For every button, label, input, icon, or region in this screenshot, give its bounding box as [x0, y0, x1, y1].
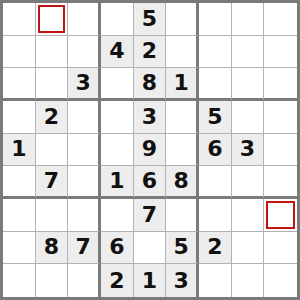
cell-r9c7[interactable]: [199, 264, 232, 297]
cell-r4c5[interactable]: 3: [134, 101, 167, 134]
cell-r1c5[interactable]: 5: [134, 3, 167, 36]
cell-r2c2[interactable]: [36, 36, 69, 69]
cell-r1c8[interactable]: [232, 3, 265, 36]
cell-r8c9[interactable]: [264, 232, 297, 265]
sudoku-board: 54238123519637168787652213: [0, 0, 300, 300]
cell-r6c6[interactable]: 8: [166, 166, 199, 199]
cell-r6c3[interactable]: [68, 166, 101, 199]
cell-r2c1[interactable]: [3, 36, 36, 69]
cell-r6c9[interactable]: [264, 166, 297, 199]
cell-r9c3[interactable]: [68, 264, 101, 297]
cell-r2c8[interactable]: [232, 36, 265, 69]
cell-r6c7[interactable]: [199, 166, 232, 199]
cell-r2c9[interactable]: [264, 36, 297, 69]
cell-r7c2[interactable]: [36, 199, 69, 232]
cell-r8c4[interactable]: 6: [101, 232, 134, 265]
cell-r1c1[interactable]: [3, 3, 36, 36]
cell-r2c5[interactable]: 2: [134, 36, 167, 69]
cell-r4c9[interactable]: [264, 101, 297, 134]
cell-r2c7[interactable]: [199, 36, 232, 69]
cell-r9c1[interactable]: [3, 264, 36, 297]
cell-r8c1[interactable]: [3, 232, 36, 265]
cell-r2c4[interactable]: 4: [101, 36, 134, 69]
cell-r3c1[interactable]: [3, 68, 36, 101]
cell-r1c9[interactable]: [264, 3, 297, 36]
cell-r8c5[interactable]: [134, 232, 167, 265]
cell-r9c6[interactable]: 3: [166, 264, 199, 297]
cell-r1c6[interactable]: [166, 3, 199, 36]
cell-r6c2[interactable]: 7: [36, 166, 69, 199]
cell-r2c3[interactable]: [68, 36, 101, 69]
selection-highlight: [266, 201, 295, 229]
cell-r7c3[interactable]: [68, 199, 101, 232]
cell-r1c7[interactable]: [199, 3, 232, 36]
cell-r5c8[interactable]: 3: [232, 134, 265, 167]
cell-r3c8[interactable]: [232, 68, 265, 101]
cell-r4c7[interactable]: 5: [199, 101, 232, 134]
cell-r4c4[interactable]: [101, 101, 134, 134]
cell-r8c7[interactable]: 2: [199, 232, 232, 265]
cell-r4c8[interactable]: [232, 101, 265, 134]
cell-r7c7[interactable]: [199, 199, 232, 232]
cell-r1c3[interactable]: [68, 3, 101, 36]
cell-r3c6[interactable]: 1: [166, 68, 199, 101]
cell-r9c4[interactable]: 2: [101, 264, 134, 297]
cell-r3c3[interactable]: 3: [68, 68, 101, 101]
cell-r3c5[interactable]: 8: [134, 68, 167, 101]
cell-r5c7[interactable]: 6: [199, 134, 232, 167]
cell-r3c9[interactable]: [264, 68, 297, 101]
cell-r5c9[interactable]: [264, 134, 297, 167]
cell-r7c5[interactable]: 7: [134, 199, 167, 232]
cell-r5c3[interactable]: [68, 134, 101, 167]
cell-r7c8[interactable]: [232, 199, 265, 232]
cell-r4c1[interactable]: [3, 101, 36, 134]
cell-r9c5[interactable]: 1: [134, 264, 167, 297]
cell-r8c8[interactable]: [232, 232, 265, 265]
cell-r7c1[interactable]: [3, 199, 36, 232]
cell-r3c2[interactable]: [36, 68, 69, 101]
cell-r6c8[interactable]: [232, 166, 265, 199]
cell-r8c3[interactable]: 7: [68, 232, 101, 265]
cell-r8c2[interactable]: 8: [36, 232, 69, 265]
cell-r5c4[interactable]: [101, 134, 134, 167]
cell-r7c4[interactable]: [101, 199, 134, 232]
cell-r4c3[interactable]: [68, 101, 101, 134]
cell-r1c2[interactable]: [36, 3, 69, 36]
cell-r7c6[interactable]: [166, 199, 199, 232]
cell-r3c7[interactable]: [199, 68, 232, 101]
cell-r3c4[interactable]: [101, 68, 134, 101]
cell-r6c4[interactable]: 1: [101, 166, 134, 199]
cell-r9c8[interactable]: [232, 264, 265, 297]
cell-r2c6[interactable]: [166, 36, 199, 69]
cell-r4c6[interactable]: [166, 101, 199, 134]
selection-highlight: [38, 5, 66, 33]
cell-r5c5[interactable]: 9: [134, 134, 167, 167]
cell-r9c9[interactable]: [264, 264, 297, 297]
cell-r9c2[interactable]: [36, 264, 69, 297]
cell-r4c2[interactable]: 2: [36, 101, 69, 134]
cell-r6c5[interactable]: 6: [134, 166, 167, 199]
cell-r1c4[interactable]: [101, 3, 134, 36]
cell-r5c1[interactable]: 1: [3, 134, 36, 167]
cell-r6c1[interactable]: [3, 166, 36, 199]
cell-r7c9[interactable]: [264, 199, 297, 232]
cell-r5c6[interactable]: [166, 134, 199, 167]
cell-r5c2[interactable]: [36, 134, 69, 167]
cell-r8c6[interactable]: 5: [166, 232, 199, 265]
